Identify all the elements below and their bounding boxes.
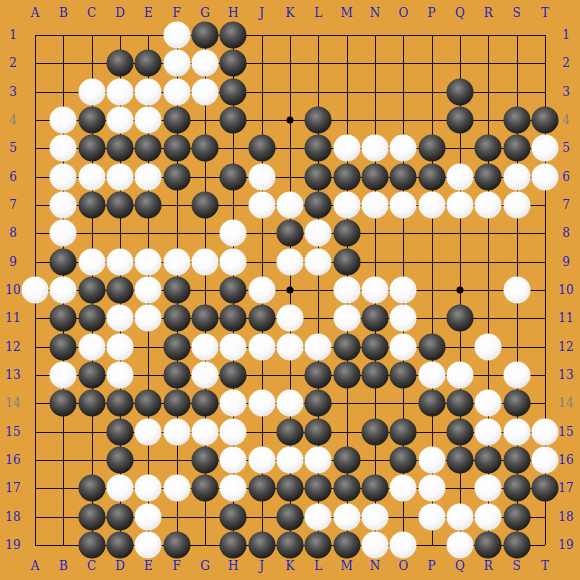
stone-black	[333, 362, 360, 389]
row-label-right: 6	[562, 171, 570, 183]
stone-black	[135, 390, 162, 417]
stone-white	[532, 447, 559, 474]
stone-black	[107, 192, 134, 219]
row-label-right: 18	[558, 511, 573, 523]
stone-white	[305, 248, 332, 275]
stone-black	[390, 418, 417, 445]
row-label-right: 4	[562, 114, 570, 126]
stone-white	[390, 135, 417, 162]
stone-white	[532, 135, 559, 162]
stone-black	[333, 163, 360, 190]
stone-white	[418, 362, 445, 389]
stone-white	[50, 220, 77, 247]
col-label-bottom: B	[59, 560, 68, 572]
stone-black	[532, 475, 559, 502]
stone-white	[390, 305, 417, 332]
col-label-bottom: D	[115, 560, 125, 572]
stone-white	[163, 248, 190, 275]
stone-white	[447, 163, 474, 190]
stone-white	[277, 390, 304, 417]
stone-black	[503, 107, 530, 134]
stone-white	[248, 277, 275, 304]
row-label-left: 17	[5, 482, 20, 494]
stone-black	[50, 333, 77, 360]
stone-black	[475, 163, 502, 190]
stone-black	[220, 503, 247, 530]
col-label-bottom: E	[144, 560, 153, 572]
stone-white	[362, 503, 389, 530]
stone-black	[107, 390, 134, 417]
stone-black	[362, 305, 389, 332]
stone-white	[163, 475, 190, 502]
stone-black	[220, 107, 247, 134]
stone-black	[418, 135, 445, 162]
stone-black	[305, 163, 332, 190]
stone-white	[362, 192, 389, 219]
stone-black	[248, 475, 275, 502]
stone-black	[503, 447, 530, 474]
stone-black	[475, 447, 502, 474]
stone-white	[78, 163, 105, 190]
stone-white	[418, 447, 445, 474]
row-label-left: 10	[5, 284, 20, 296]
stone-white	[135, 248, 162, 275]
stone-white	[447, 503, 474, 530]
stone-white	[333, 135, 360, 162]
stone-black	[107, 418, 134, 445]
stone-white	[277, 333, 304, 360]
stone-black	[503, 532, 530, 559]
stone-black	[248, 305, 275, 332]
stone-white	[78, 78, 105, 105]
stone-black	[220, 277, 247, 304]
col-label-bottom: H	[228, 560, 238, 572]
stone-black	[305, 390, 332, 417]
stone-black	[305, 475, 332, 502]
stone-white	[362, 532, 389, 559]
stone-black	[220, 532, 247, 559]
stone-white	[475, 192, 502, 219]
stone-white	[192, 333, 219, 360]
stone-black	[163, 333, 190, 360]
stone-white	[107, 305, 134, 332]
stone-black	[333, 248, 360, 275]
col-label-bottom: J	[259, 560, 264, 572]
stone-black	[192, 135, 219, 162]
stone-black	[107, 135, 134, 162]
stone-black	[107, 447, 134, 474]
stone-black	[305, 107, 332, 134]
col-label-top: E	[144, 7, 153, 19]
stone-white	[475, 503, 502, 530]
stone-white	[192, 50, 219, 77]
stone-black	[248, 135, 275, 162]
stone-black	[277, 532, 304, 559]
stone-white	[107, 107, 134, 134]
row-label-right: 5	[562, 142, 570, 154]
row-label-right: 9	[562, 256, 570, 268]
stone-black	[78, 277, 105, 304]
stone-white	[220, 220, 247, 247]
stone-black	[78, 305, 105, 332]
row-label-left: 14	[5, 397, 20, 409]
stone-black	[277, 418, 304, 445]
stone-white	[220, 418, 247, 445]
col-label-top: L	[314, 7, 322, 19]
stone-black	[220, 305, 247, 332]
stone-white	[305, 333, 332, 360]
stone-black	[192, 22, 219, 49]
stone-black	[50, 390, 77, 417]
stone-white	[163, 418, 190, 445]
stone-black	[362, 475, 389, 502]
row-label-left: 13	[5, 369, 20, 381]
star-point	[287, 287, 294, 294]
stone-white	[107, 248, 134, 275]
col-label-top: D	[115, 7, 125, 19]
stone-black	[475, 532, 502, 559]
col-label-bottom: P	[428, 560, 436, 572]
stone-white	[475, 475, 502, 502]
stone-black	[220, 163, 247, 190]
stone-black	[78, 532, 105, 559]
stone-black	[447, 78, 474, 105]
stone-black	[107, 532, 134, 559]
col-label-top: B	[59, 7, 68, 19]
stone-black	[277, 475, 304, 502]
stone-black	[475, 135, 502, 162]
stone-black	[277, 503, 304, 530]
row-label-left: 5	[9, 142, 17, 154]
stone-black	[362, 418, 389, 445]
stone-white	[22, 277, 49, 304]
col-label-bottom: K	[286, 560, 295, 572]
go-board[interactable]: AABBCCDDEEFFGGHHJJKKLLMMNNOOPPQQRRSSTT11…	[0, 0, 580, 580]
stone-black	[447, 390, 474, 417]
stone-white	[305, 220, 332, 247]
stone-white	[248, 163, 275, 190]
stone-black	[333, 333, 360, 360]
stone-black	[163, 163, 190, 190]
row-label-right: 15	[558, 426, 573, 438]
stone-white	[503, 163, 530, 190]
col-label-bottom: M	[341, 560, 353, 572]
stone-white	[503, 418, 530, 445]
stone-black	[78, 390, 105, 417]
stone-black	[418, 333, 445, 360]
stone-black	[305, 192, 332, 219]
stone-white	[78, 248, 105, 275]
stone-white	[135, 475, 162, 502]
stone-black	[78, 362, 105, 389]
stone-white	[220, 390, 247, 417]
row-label-left: 6	[9, 171, 17, 183]
stone-white	[362, 135, 389, 162]
col-label-top: O	[398, 7, 408, 19]
stone-black	[220, 50, 247, 77]
stone-white	[163, 22, 190, 49]
col-label-top: J	[259, 7, 264, 19]
stone-white	[50, 192, 77, 219]
stone-white	[390, 532, 417, 559]
stone-white	[220, 475, 247, 502]
stone-black	[333, 447, 360, 474]
stone-white	[305, 447, 332, 474]
stone-black	[135, 50, 162, 77]
stone-white	[192, 362, 219, 389]
stone-black	[447, 305, 474, 332]
row-label-left: 12	[5, 341, 20, 353]
stone-white	[163, 50, 190, 77]
stone-black	[78, 475, 105, 502]
stone-white	[277, 305, 304, 332]
col-label-bottom: N	[370, 560, 381, 572]
stone-white	[532, 418, 559, 445]
stone-black	[192, 475, 219, 502]
stone-black	[503, 390, 530, 417]
stone-white	[277, 192, 304, 219]
stone-white	[50, 163, 77, 190]
row-label-right: 17	[558, 482, 573, 494]
stone-white	[220, 447, 247, 474]
stone-black	[192, 447, 219, 474]
stone-black	[305, 532, 332, 559]
stone-white	[135, 418, 162, 445]
row-label-right: 13	[558, 369, 573, 381]
stone-white	[503, 362, 530, 389]
stone-white	[192, 418, 219, 445]
col-label-top: C	[87, 7, 96, 19]
col-label-bottom: T	[541, 560, 549, 572]
stone-white	[248, 447, 275, 474]
stone-black	[163, 305, 190, 332]
stone-white	[503, 192, 530, 219]
stone-white	[475, 390, 502, 417]
stone-black	[220, 22, 247, 49]
col-label-bottom: L	[314, 560, 322, 572]
col-label-top: H	[228, 7, 238, 19]
stone-white	[475, 418, 502, 445]
col-label-bottom: S	[513, 560, 521, 572]
row-label-left: 9	[9, 256, 17, 268]
stone-white	[248, 192, 275, 219]
stone-black	[390, 447, 417, 474]
row-label-right: 8	[562, 227, 570, 239]
col-label-bottom: O	[398, 560, 408, 572]
stone-white	[475, 333, 502, 360]
stone-white	[107, 362, 134, 389]
stone-black	[107, 277, 134, 304]
stone-black	[163, 277, 190, 304]
stone-black	[277, 220, 304, 247]
stone-white	[220, 248, 247, 275]
col-label-bottom: G	[200, 560, 210, 572]
stone-black	[78, 107, 105, 134]
stone-black	[418, 163, 445, 190]
stone-white	[390, 475, 417, 502]
stone-black	[135, 135, 162, 162]
stone-white	[532, 163, 559, 190]
col-label-bottom: A	[31, 560, 40, 572]
row-label-right: 16	[558, 454, 573, 466]
stone-black	[362, 362, 389, 389]
stone-white	[447, 192, 474, 219]
stone-white	[220, 333, 247, 360]
stone-white	[418, 475, 445, 502]
stone-white	[333, 305, 360, 332]
stone-white	[50, 135, 77, 162]
stone-black	[220, 362, 247, 389]
row-label-right: 2	[562, 57, 570, 69]
stone-black	[107, 503, 134, 530]
stone-white	[163, 78, 190, 105]
row-label-right: 11	[558, 312, 573, 324]
stone-black	[163, 532, 190, 559]
stone-white	[107, 163, 134, 190]
col-label-top: G	[200, 7, 210, 19]
stone-black	[163, 107, 190, 134]
stone-black	[305, 418, 332, 445]
stone-black	[447, 107, 474, 134]
stone-white	[277, 447, 304, 474]
stone-black	[192, 390, 219, 417]
row-label-left: 8	[9, 227, 17, 239]
stone-black	[503, 503, 530, 530]
stone-black	[333, 532, 360, 559]
col-label-top: P	[428, 7, 436, 19]
col-label-top: N	[370, 7, 381, 19]
stone-black	[192, 305, 219, 332]
stone-black	[532, 107, 559, 134]
col-label-top: R	[484, 7, 493, 19]
stone-white	[447, 532, 474, 559]
stone-white	[135, 78, 162, 105]
stone-white	[503, 277, 530, 304]
row-label-right: 10	[558, 284, 573, 296]
stone-white	[305, 503, 332, 530]
stone-black	[220, 78, 247, 105]
stone-black	[135, 192, 162, 219]
stone-white	[107, 333, 134, 360]
stone-white	[248, 333, 275, 360]
row-label-right: 14	[558, 397, 573, 409]
row-label-left: 18	[5, 511, 20, 523]
stone-white	[50, 362, 77, 389]
stone-white	[107, 78, 134, 105]
star-point	[287, 117, 294, 124]
stone-black	[390, 362, 417, 389]
stone-white	[447, 362, 474, 389]
stone-white	[135, 107, 162, 134]
stone-black	[390, 163, 417, 190]
stone-white	[390, 277, 417, 304]
stone-white	[418, 503, 445, 530]
stone-black	[305, 135, 332, 162]
col-label-top: T	[541, 7, 549, 19]
stone-black	[78, 192, 105, 219]
row-label-right: 19	[558, 539, 573, 551]
row-label-right: 7	[562, 199, 570, 211]
stone-black	[163, 135, 190, 162]
stone-white	[192, 78, 219, 105]
stone-white	[390, 192, 417, 219]
row-label-left: 3	[9, 86, 17, 98]
col-label-top: A	[31, 7, 40, 19]
col-label-bottom: C	[87, 560, 96, 572]
stone-white	[107, 475, 134, 502]
stone-black	[163, 390, 190, 417]
stone-white	[333, 277, 360, 304]
col-label-top: F	[172, 7, 180, 19]
col-label-bottom: Q	[455, 560, 465, 572]
col-label-bottom: F	[172, 560, 180, 572]
row-label-left: 1	[9, 29, 17, 41]
col-label-top: Q	[455, 7, 465, 19]
stone-white	[50, 107, 77, 134]
stone-black	[78, 503, 105, 530]
row-label-left: 11	[5, 312, 20, 324]
row-label-left: 7	[9, 199, 17, 211]
stone-white	[135, 532, 162, 559]
stone-white	[277, 248, 304, 275]
col-label-top: M	[341, 7, 353, 19]
stone-white	[78, 333, 105, 360]
stone-white	[418, 192, 445, 219]
stone-black	[503, 135, 530, 162]
row-label-left: 19	[5, 539, 20, 551]
stone-white	[333, 503, 360, 530]
stone-black	[107, 50, 134, 77]
stone-black	[503, 475, 530, 502]
stone-black	[333, 220, 360, 247]
stone-black	[163, 362, 190, 389]
stone-black	[50, 305, 77, 332]
stone-black	[362, 333, 389, 360]
stone-white	[192, 248, 219, 275]
row-label-right: 12	[558, 341, 573, 353]
stone-white	[362, 277, 389, 304]
stone-black	[305, 362, 332, 389]
row-label-left: 4	[9, 114, 17, 126]
col-label-bottom: R	[484, 560, 493, 572]
col-label-top: K	[286, 7, 295, 19]
stone-white	[135, 163, 162, 190]
stone-black	[248, 532, 275, 559]
row-label-left: 2	[9, 57, 17, 69]
stone-black	[50, 248, 77, 275]
stone-white	[248, 390, 275, 417]
row-label-left: 16	[5, 454, 20, 466]
stone-black	[362, 163, 389, 190]
stone-black	[447, 447, 474, 474]
star-point	[457, 287, 464, 294]
stone-black	[333, 475, 360, 502]
row-label-right: 3	[562, 86, 570, 98]
row-label-right: 1	[562, 29, 570, 41]
col-label-top: S	[513, 7, 521, 19]
stone-white	[333, 192, 360, 219]
stone-white	[135, 277, 162, 304]
stone-black	[192, 192, 219, 219]
stone-black	[447, 418, 474, 445]
stone-black	[78, 135, 105, 162]
stone-white	[135, 503, 162, 530]
stone-black	[418, 390, 445, 417]
stone-white	[50, 277, 77, 304]
row-label-left: 15	[5, 426, 20, 438]
stone-white	[135, 305, 162, 332]
stone-white	[390, 333, 417, 360]
